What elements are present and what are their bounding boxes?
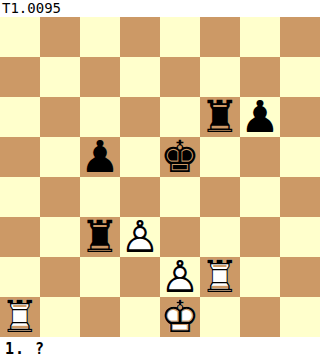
black-pawn: ♟ bbox=[240, 97, 280, 137]
square-b4[interactable] bbox=[40, 177, 80, 217]
square-g1[interactable] bbox=[240, 297, 280, 337]
white-pawn: ♟♙ bbox=[120, 217, 160, 257]
square-c8[interactable] bbox=[80, 17, 120, 57]
white-rook: ♜♖ bbox=[0, 297, 40, 337]
square-d3[interactable]: ♟♙ bbox=[120, 217, 160, 257]
square-h2[interactable] bbox=[280, 257, 320, 297]
square-h1[interactable] bbox=[280, 297, 320, 337]
square-f4[interactable] bbox=[200, 177, 240, 217]
white-piece-outline: ♙ bbox=[120, 217, 160, 257]
square-g6[interactable]: ♟ bbox=[240, 97, 280, 137]
black-king: ♚ bbox=[160, 137, 200, 177]
square-d6[interactable] bbox=[120, 97, 160, 137]
square-b3[interactable] bbox=[40, 217, 80, 257]
square-a3[interactable] bbox=[0, 217, 40, 257]
white-rook: ♜♖ bbox=[200, 257, 240, 297]
square-g3[interactable] bbox=[240, 217, 280, 257]
square-f5[interactable] bbox=[200, 137, 240, 177]
black-piece-fill: ♜ bbox=[80, 217, 120, 257]
square-h8[interactable] bbox=[280, 17, 320, 57]
square-e5[interactable]: ♚ bbox=[160, 137, 200, 177]
square-g8[interactable] bbox=[240, 17, 280, 57]
square-a1[interactable]: ♜♖ bbox=[0, 297, 40, 337]
puzzle-window: T1.0095 ♜♟♟♚♜♟♙♟♙♜♖♜♖♚♔ 1. ? bbox=[0, 0, 320, 360]
square-d5[interactable] bbox=[120, 137, 160, 177]
white-piece-outline: ♔ bbox=[160, 297, 200, 337]
square-b2[interactable] bbox=[40, 257, 80, 297]
square-h6[interactable] bbox=[280, 97, 320, 137]
puzzle-title: T1.0095 bbox=[0, 0, 320, 17]
square-e7[interactable] bbox=[160, 57, 200, 97]
square-c3[interactable]: ♜ bbox=[80, 217, 120, 257]
white-piece-outline: ♖ bbox=[200, 257, 240, 297]
square-a4[interactable] bbox=[0, 177, 40, 217]
square-h3[interactable] bbox=[280, 217, 320, 257]
black-piece-fill: ♚ bbox=[160, 137, 200, 177]
square-d7[interactable] bbox=[120, 57, 160, 97]
square-a7[interactable] bbox=[0, 57, 40, 97]
square-f6[interactable]: ♜ bbox=[200, 97, 240, 137]
square-f8[interactable] bbox=[200, 17, 240, 57]
square-e8[interactable] bbox=[160, 17, 200, 57]
square-g4[interactable] bbox=[240, 177, 280, 217]
black-piece-fill: ♟ bbox=[240, 97, 280, 137]
white-piece-outline: ♖ bbox=[0, 297, 40, 337]
square-a5[interactable] bbox=[0, 137, 40, 177]
square-h4[interactable] bbox=[280, 177, 320, 217]
square-a8[interactable] bbox=[0, 17, 40, 57]
square-f1[interactable] bbox=[200, 297, 240, 337]
square-d8[interactable] bbox=[120, 17, 160, 57]
square-d2[interactable] bbox=[120, 257, 160, 297]
square-c1[interactable] bbox=[80, 297, 120, 337]
square-c2[interactable] bbox=[80, 257, 120, 297]
square-c7[interactable] bbox=[80, 57, 120, 97]
square-h5[interactable] bbox=[280, 137, 320, 177]
square-c5[interactable]: ♟ bbox=[80, 137, 120, 177]
square-h7[interactable] bbox=[280, 57, 320, 97]
square-b6[interactable] bbox=[40, 97, 80, 137]
square-b1[interactable] bbox=[40, 297, 80, 337]
square-d1[interactable] bbox=[120, 297, 160, 337]
square-e1[interactable]: ♚♔ bbox=[160, 297, 200, 337]
square-b7[interactable] bbox=[40, 57, 80, 97]
square-f2[interactable]: ♜♖ bbox=[200, 257, 240, 297]
square-b8[interactable] bbox=[40, 17, 80, 57]
square-b5[interactable] bbox=[40, 137, 80, 177]
black-piece-fill: ♟ bbox=[80, 137, 120, 177]
black-rook: ♜ bbox=[200, 97, 240, 137]
square-a6[interactable] bbox=[0, 97, 40, 137]
black-piece-fill: ♜ bbox=[200, 97, 240, 137]
black-rook: ♜ bbox=[80, 217, 120, 257]
board: ♜♟♟♚♜♟♙♟♙♜♖♜♖♚♔ bbox=[0, 17, 320, 337]
white-king: ♚♔ bbox=[160, 297, 200, 337]
square-e4[interactable] bbox=[160, 177, 200, 217]
square-g2[interactable] bbox=[240, 257, 280, 297]
black-pawn: ♟ bbox=[80, 137, 120, 177]
square-g5[interactable] bbox=[240, 137, 280, 177]
